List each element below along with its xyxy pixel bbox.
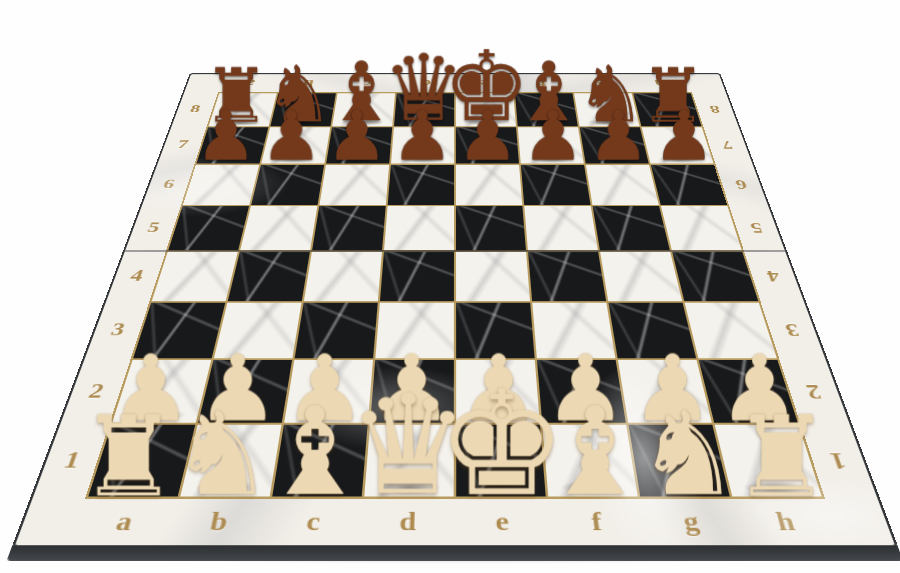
square-c4[interactable] <box>304 252 382 302</box>
square-e1[interactable]: ♚ <box>456 425 546 497</box>
file-label-top-c: c <box>336 74 397 92</box>
square-h4[interactable] <box>672 252 758 302</box>
black-pawn[interactable]: ♟ <box>391 101 453 170</box>
chess-set-photo: ♜♞♝♛♚♝♞♜♟♟♟♟♟♟♟♟♟♟♟♟♟♟♟♟♜♞♝♛♚♝♞♜ 8765432… <box>0 0 900 573</box>
square-g4[interactable] <box>600 252 682 302</box>
black-pawn[interactable]: ♟ <box>588 101 650 170</box>
square-g5[interactable] <box>593 206 670 250</box>
white-king[interactable]: ♚ <box>437 371 568 517</box>
square-h5[interactable] <box>661 206 742 250</box>
chess-board: ♜♞♝♛♚♝♞♜♟♟♟♟♟♟♟♟♟♟♟♟♟♟♟♟♜♞♝♛♚♝♞♜ 8765432… <box>15 74 895 545</box>
white-rook[interactable]: ♜ <box>731 400 831 511</box>
square-c6[interactable] <box>319 165 389 205</box>
file-label-top-a: a <box>218 74 282 92</box>
square-e6[interactable] <box>456 165 522 205</box>
square-f4[interactable] <box>528 252 606 302</box>
black-pawn[interactable]: ♟ <box>457 101 519 170</box>
square-d4[interactable] <box>380 252 454 302</box>
square-b7[interactable]: ♟ <box>261 127 330 163</box>
file-label-top-f: f <box>513 74 574 92</box>
black-pawn[interactable]: ♟ <box>326 101 388 170</box>
square-e5[interactable] <box>456 206 526 250</box>
white-rook[interactable]: ♜ <box>79 400 179 511</box>
square-h7[interactable]: ♟ <box>642 127 714 163</box>
square-g6[interactable] <box>586 165 659 205</box>
file-label-top-e: e <box>455 74 514 92</box>
file-labels-top: abcdefgh <box>218 74 692 92</box>
square-f6[interactable] <box>521 165 591 205</box>
square-e7[interactable]: ♟ <box>456 127 519 163</box>
square-f5[interactable] <box>524 206 598 250</box>
file-label-top-h: h <box>628 74 692 92</box>
square-c5[interactable] <box>312 206 386 250</box>
square-c7[interactable]: ♟ <box>326 127 392 163</box>
square-e4[interactable] <box>456 252 530 302</box>
square-a4[interactable] <box>152 252 238 302</box>
square-d7[interactable]: ♟ <box>391 127 454 163</box>
white-knight[interactable]: ♞ <box>636 396 741 513</box>
square-h6[interactable] <box>651 165 727 205</box>
square-b6[interactable] <box>251 165 324 205</box>
black-pawn[interactable]: ♟ <box>261 101 323 170</box>
square-b4[interactable] <box>228 252 310 302</box>
black-pawn[interactable]: ♟ <box>522 101 584 170</box>
square-h1[interactable]: ♜ <box>715 425 822 497</box>
square-d6[interactable] <box>388 165 454 205</box>
file-label-top-b: b <box>277 74 339 92</box>
square-g7[interactable]: ♟ <box>580 127 649 163</box>
square-f7[interactable]: ♟ <box>518 127 584 163</box>
white-knight[interactable]: ♞ <box>169 396 274 513</box>
square-a5[interactable] <box>168 206 249 250</box>
black-pawn[interactable]: ♟ <box>195 101 257 170</box>
square-a6[interactable] <box>183 165 259 205</box>
square-b5[interactable] <box>240 206 317 250</box>
file-label-top-d: d <box>396 74 455 92</box>
file-label-top-g: g <box>571 74 633 92</box>
square-d5[interactable] <box>384 206 454 250</box>
